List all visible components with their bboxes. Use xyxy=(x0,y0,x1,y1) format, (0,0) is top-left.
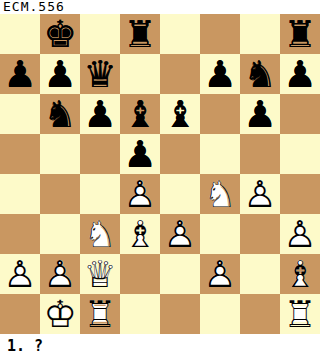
square-h5[interactable] xyxy=(280,134,320,174)
square-g6[interactable]: ♟♙ xyxy=(240,94,280,134)
piece-bp[interactable]: ♟♙ xyxy=(40,54,80,94)
square-g8[interactable] xyxy=(240,14,280,54)
square-h1[interactable]: ♜♖ xyxy=(280,294,320,334)
square-e3[interactable]: ♟♙ xyxy=(160,214,200,254)
piece-outline-glyph: ♘ xyxy=(80,214,120,254)
square-b4[interactable] xyxy=(40,174,80,214)
chess-board: ♚♔♜♖♜♖♟♙♟♙♛♕♟♙♞♘♟♙♞♘♟♙♝♗♝♗♟♙♟♙♟♙♞♘♟♙♞♘♝♗… xyxy=(0,14,320,334)
piece-wp[interactable]: ♟♙ xyxy=(0,254,40,294)
square-a2[interactable]: ♟♙ xyxy=(0,254,40,294)
piece-outline-glyph: ♘ xyxy=(40,94,80,134)
piece-outline-glyph: ♙ xyxy=(280,54,320,94)
square-a6[interactable] xyxy=(0,94,40,134)
square-d1[interactable] xyxy=(120,294,160,334)
square-b6[interactable]: ♞♘ xyxy=(40,94,80,134)
move-prompt: 1. ? xyxy=(7,337,43,355)
square-c3[interactable]: ♞♘ xyxy=(80,214,120,254)
piece-wq[interactable]: ♛♕ xyxy=(80,254,120,294)
square-f5[interactable] xyxy=(200,134,240,174)
piece-outline-glyph: ♖ xyxy=(280,14,320,54)
square-b1[interactable]: ♚♔ xyxy=(40,294,80,334)
square-d6[interactable]: ♝♗ xyxy=(120,94,160,134)
square-c5[interactable] xyxy=(80,134,120,174)
piece-bp[interactable]: ♟♙ xyxy=(200,54,240,94)
square-g1[interactable] xyxy=(240,294,280,334)
square-b8[interactable]: ♚♔ xyxy=(40,14,80,54)
square-b5[interactable] xyxy=(40,134,80,174)
piece-outline-glyph: ♙ xyxy=(80,94,120,134)
square-h4[interactable] xyxy=(280,174,320,214)
piece-wb[interactable]: ♝♗ xyxy=(120,214,160,254)
piece-bn[interactable]: ♞♘ xyxy=(40,94,80,134)
piece-outline-glyph: ♙ xyxy=(0,254,40,294)
square-g3[interactable] xyxy=(240,214,280,254)
piece-bp[interactable]: ♟♙ xyxy=(80,94,120,134)
square-e8[interactable] xyxy=(160,14,200,54)
piece-outline-glyph: ♙ xyxy=(200,254,240,294)
piece-outline-glyph: ♙ xyxy=(240,94,280,134)
piece-outline-glyph: ♖ xyxy=(280,294,320,334)
piece-outline-glyph: ♖ xyxy=(80,294,120,334)
piece-outline-glyph: ♕ xyxy=(80,54,120,94)
piece-wn[interactable]: ♞♘ xyxy=(200,174,240,214)
square-d2[interactable] xyxy=(120,254,160,294)
piece-outline-glyph: ♗ xyxy=(280,254,320,294)
square-g7[interactable]: ♞♘ xyxy=(240,54,280,94)
square-f4[interactable]: ♞♘ xyxy=(200,174,240,214)
square-e2[interactable] xyxy=(160,254,200,294)
piece-outline-glyph: ♙ xyxy=(0,54,40,94)
piece-wr[interactable]: ♜♖ xyxy=(280,294,320,334)
square-b2[interactable]: ♟♙ xyxy=(40,254,80,294)
piece-wp[interactable]: ♟♙ xyxy=(160,214,200,254)
piece-outline-glyph: ♗ xyxy=(160,94,200,134)
piece-wb[interactable]: ♝♗ xyxy=(280,254,320,294)
piece-outline-glyph: ♙ xyxy=(120,134,160,174)
square-b7[interactable]: ♟♙ xyxy=(40,54,80,94)
square-d7[interactable] xyxy=(120,54,160,94)
piece-outline-glyph: ♕ xyxy=(80,254,120,294)
square-a3[interactable] xyxy=(0,214,40,254)
square-e7[interactable] xyxy=(160,54,200,94)
square-h8[interactable]: ♜♖ xyxy=(280,14,320,54)
square-d8[interactable]: ♜♖ xyxy=(120,14,160,54)
square-f1[interactable] xyxy=(200,294,240,334)
square-d5[interactable]: ♟♙ xyxy=(120,134,160,174)
square-a1[interactable] xyxy=(0,294,40,334)
piece-outline-glyph: ♔ xyxy=(40,294,80,334)
piece-wp[interactable]: ♟♙ xyxy=(280,214,320,254)
square-c6[interactable]: ♟♙ xyxy=(80,94,120,134)
piece-outline-glyph: ♘ xyxy=(200,174,240,214)
piece-outline-glyph: ♗ xyxy=(120,214,160,254)
piece-br[interactable]: ♜♖ xyxy=(120,14,160,54)
piece-br[interactable]: ♜♖ xyxy=(280,14,320,54)
square-f2[interactable]: ♟♙ xyxy=(200,254,240,294)
square-b3[interactable] xyxy=(40,214,80,254)
piece-outline-glyph: ♙ xyxy=(40,254,80,294)
piece-wp[interactable]: ♟♙ xyxy=(200,254,240,294)
square-c1[interactable]: ♜♖ xyxy=(80,294,120,334)
piece-bp[interactable]: ♟♙ xyxy=(240,94,280,134)
piece-outline-glyph: ♙ xyxy=(120,174,160,214)
piece-outline-glyph: ♙ xyxy=(40,54,80,94)
square-d4[interactable]: ♟♙ xyxy=(120,174,160,214)
puzzle-title: ECM.556 xyxy=(3,0,65,14)
piece-outline-glyph: ♙ xyxy=(160,214,200,254)
square-c4[interactable] xyxy=(80,174,120,214)
square-h2[interactable]: ♝♗ xyxy=(280,254,320,294)
piece-bk[interactable]: ♚♔ xyxy=(40,14,80,54)
piece-bn[interactable]: ♞♘ xyxy=(240,54,280,94)
piece-wk[interactable]: ♚♔ xyxy=(40,294,80,334)
square-f8[interactable] xyxy=(200,14,240,54)
square-a7[interactable]: ♟♙ xyxy=(0,54,40,94)
piece-wr[interactable]: ♜♖ xyxy=(80,294,120,334)
piece-wn[interactable]: ♞♘ xyxy=(80,214,120,254)
square-c8[interactable] xyxy=(80,14,120,54)
piece-outline-glyph: ♖ xyxy=(120,14,160,54)
piece-wp[interactable]: ♟♙ xyxy=(40,254,80,294)
square-e1[interactable] xyxy=(160,294,200,334)
piece-wp[interactable]: ♟♙ xyxy=(240,174,280,214)
piece-bb[interactable]: ♝♗ xyxy=(120,94,160,134)
square-c7[interactable]: ♛♕ xyxy=(80,54,120,94)
square-a8[interactable] xyxy=(0,14,40,54)
square-e4[interactable] xyxy=(160,174,200,214)
square-e6[interactable]: ♝♗ xyxy=(160,94,200,134)
square-h3[interactable]: ♟♙ xyxy=(280,214,320,254)
piece-bp[interactable]: ♟♙ xyxy=(0,54,40,94)
piece-bq[interactable]: ♛♕ xyxy=(80,54,120,94)
piece-outline-glyph: ♔ xyxy=(40,14,80,54)
piece-outline-glyph: ♗ xyxy=(120,94,160,134)
piece-outline-glyph: ♙ xyxy=(240,174,280,214)
square-a5[interactable] xyxy=(0,134,40,174)
square-g2[interactable] xyxy=(240,254,280,294)
square-h6[interactable] xyxy=(280,94,320,134)
piece-outline-glyph: ♙ xyxy=(280,214,320,254)
square-f6[interactable] xyxy=(200,94,240,134)
piece-bp[interactable]: ♟♙ xyxy=(280,54,320,94)
piece-outline-glyph: ♘ xyxy=(240,54,280,94)
piece-outline-glyph: ♙ xyxy=(200,54,240,94)
square-g5[interactable] xyxy=(240,134,280,174)
piece-wp[interactable]: ♟♙ xyxy=(120,174,160,214)
square-h7[interactable]: ♟♙ xyxy=(280,54,320,94)
square-a4[interactable] xyxy=(0,174,40,214)
piece-bp[interactable]: ♟♙ xyxy=(120,134,160,174)
piece-bb[interactable]: ♝♗ xyxy=(160,94,200,134)
square-f7[interactable]: ♟♙ xyxy=(200,54,240,94)
square-e5[interactable] xyxy=(160,134,200,174)
square-c2[interactable]: ♛♕ xyxy=(80,254,120,294)
square-g4[interactable]: ♟♙ xyxy=(240,174,280,214)
square-d3[interactable]: ♝♗ xyxy=(120,214,160,254)
square-f3[interactable] xyxy=(200,214,240,254)
